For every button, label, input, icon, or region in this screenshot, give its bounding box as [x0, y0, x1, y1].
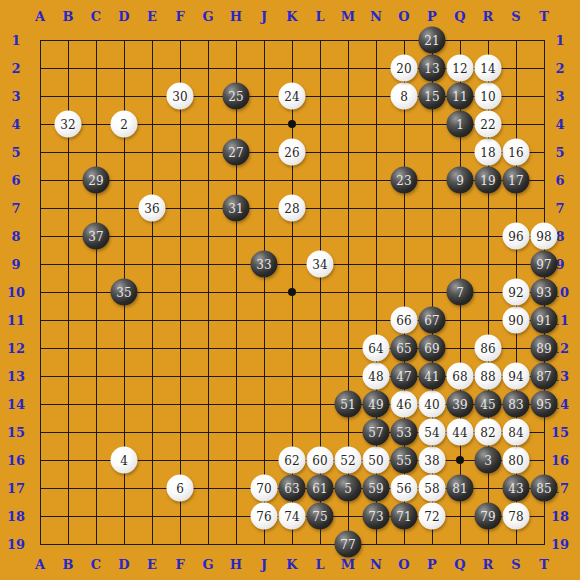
stone-black-85-T17[interactable]: 85: [531, 475, 558, 502]
stone-black-47-O13[interactable]: 47: [391, 363, 418, 390]
row-label-left-5: 5: [11, 146, 20, 159]
stone-white-36-E7[interactable]: 36: [139, 195, 166, 222]
stone-white-62-K16[interactable]: 62: [279, 447, 306, 474]
stone-white-28-K7[interactable]: 28: [279, 195, 306, 222]
stone-white-20-O2[interactable]: 20: [391, 55, 418, 82]
stone-white-66-O11[interactable]: 66: [391, 307, 418, 334]
col-label-bottom-P: P: [427, 558, 437, 571]
col-label-bottom-D: D: [118, 558, 129, 571]
stone-black-37-C8[interactable]: 37: [83, 223, 110, 250]
col-label-top-N: N: [370, 10, 382, 23]
col-label-bottom-J: J: [261, 558, 267, 571]
stone-black-9-Q6[interactable]: 9: [447, 167, 474, 194]
row-label-left-4: 4: [11, 118, 20, 131]
stone-black-81-Q17[interactable]: 81: [447, 475, 474, 502]
stone-white-78-S18[interactable]: 78: [503, 503, 530, 530]
col-label-bottom-C: C: [91, 558, 101, 571]
stone-black-33-J9[interactable]: 33: [251, 251, 278, 278]
stone-white-96-S8[interactable]: 96: [503, 223, 530, 250]
stone-white-32-B4[interactable]: 32: [55, 111, 82, 138]
grid-line-horizontal: [40, 544, 545, 545]
stone-black-69-P12[interactable]: 69: [419, 335, 446, 362]
stone-white-84-S15[interactable]: 84: [503, 419, 530, 446]
stone-black-65-O12[interactable]: 65: [391, 335, 418, 362]
col-label-top-C: C: [91, 10, 101, 23]
stone-white-12-Q2[interactable]: 12: [447, 55, 474, 82]
stone-white-18-R5[interactable]: 18: [475, 139, 502, 166]
row-label-left-2: 2: [11, 62, 20, 75]
col-label-top-E: E: [147, 10, 157, 23]
stone-white-30-F3[interactable]: 30: [167, 83, 194, 110]
stone-black-53-O15[interactable]: 53: [391, 419, 418, 446]
row-label-left-18: 18: [7, 510, 25, 523]
row-label-left-7: 7: [11, 202, 20, 215]
stone-black-61-L17[interactable]: 61: [307, 475, 334, 502]
row-label-left-12: 12: [7, 342, 25, 355]
stone-black-57-N15[interactable]: 57: [363, 419, 390, 446]
stone-black-97-T9[interactable]: 97: [531, 251, 558, 278]
stone-black-1-Q4[interactable]: 1: [447, 111, 474, 138]
stone-black-79-R18[interactable]: 79: [475, 503, 502, 530]
stone-white-64-N12[interactable]: 64: [363, 335, 390, 362]
stone-black-67-P11[interactable]: 67: [419, 307, 446, 334]
row-label-left-13: 13: [7, 370, 25, 383]
stone-white-86-R12[interactable]: 86: [475, 335, 502, 362]
col-label-bottom-L: L: [315, 558, 324, 571]
col-label-top-A: A: [35, 10, 45, 23]
row-label-left-14: 14: [7, 398, 25, 411]
col-label-top-R: R: [483, 10, 494, 23]
stone-white-10-R3[interactable]: 10: [475, 83, 502, 110]
row-label-left-10: 10: [7, 286, 25, 299]
grid-line-horizontal: [40, 348, 545, 349]
row-label-right-18: 18: [551, 510, 569, 523]
col-label-top-G: G: [202, 10, 213, 23]
stone-black-19-R6[interactable]: 19: [475, 167, 502, 194]
col-label-top-D: D: [118, 10, 129, 23]
stone-white-4-D16[interactable]: 4: [111, 447, 138, 474]
stone-white-82-R15[interactable]: 82: [475, 419, 502, 446]
col-label-bottom-Q: Q: [454, 558, 465, 571]
stone-black-23-O6[interactable]: 23: [391, 167, 418, 194]
col-label-bottom-O: O: [398, 558, 409, 571]
stone-white-2-D4[interactable]: 2: [111, 111, 138, 138]
stone-black-39-Q14[interactable]: 39: [447, 391, 474, 418]
stone-white-74-K18[interactable]: 74: [279, 503, 306, 530]
stone-black-5-M17[interactable]: 5: [335, 475, 362, 502]
stone-black-3-R16[interactable]: 3: [475, 447, 502, 474]
col-label-top-J: J: [261, 10, 267, 23]
stone-white-8-O3[interactable]: 8: [391, 83, 418, 110]
row-label-left-11: 11: [7, 314, 25, 327]
stone-white-34-L9[interactable]: 34: [307, 251, 334, 278]
row-label-right-16: 16: [551, 454, 569, 467]
col-label-bottom-G: G: [202, 558, 213, 571]
stone-white-38-P16[interactable]: 38: [419, 447, 446, 474]
stone-black-21-P1[interactable]: 21: [419, 27, 446, 54]
stone-black-93-T10[interactable]: 93: [531, 279, 558, 306]
stone-white-68-Q13[interactable]: 68: [447, 363, 474, 390]
col-label-bottom-H: H: [230, 558, 242, 571]
col-label-top-O: O: [398, 10, 409, 23]
stone-black-89-T12[interactable]: 89: [531, 335, 558, 362]
row-label-right-2: 2: [555, 62, 564, 75]
stone-black-83-S14[interactable]: 83: [503, 391, 530, 418]
stone-white-46-O14[interactable]: 46: [391, 391, 418, 418]
row-label-left-6: 6: [11, 174, 20, 187]
row-label-left-15: 15: [7, 426, 25, 439]
col-label-bottom-T: T: [539, 558, 549, 571]
col-label-top-S: S: [511, 10, 520, 23]
stone-black-29-C6[interactable]: 29: [83, 167, 110, 194]
stone-white-60-L16[interactable]: 60: [307, 447, 334, 474]
row-label-left-8: 8: [11, 230, 20, 243]
stone-white-6-F17[interactable]: 6: [167, 475, 194, 502]
grid-line-horizontal: [40, 320, 545, 321]
col-label-bottom-A: A: [35, 558, 45, 571]
stone-white-52-M16[interactable]: 52: [335, 447, 362, 474]
stone-white-72-P18[interactable]: 72: [419, 503, 446, 530]
stone-black-73-N18[interactable]: 73: [363, 503, 390, 530]
col-label-top-M: M: [341, 10, 355, 23]
col-label-bottom-E: E: [147, 558, 157, 571]
col-label-top-L: L: [315, 10, 324, 23]
row-label-right-19: 19: [551, 538, 569, 551]
col-label-bottom-F: F: [175, 558, 184, 571]
go-board[interactable]: AABBCCDDEEFFGGHHJJKKLLMMNNOOPPQQRRSSTT11…: [0, 0, 580, 580]
col-label-bottom-N: N: [370, 558, 382, 571]
stone-white-24-K3[interactable]: 24: [279, 83, 306, 110]
stone-white-56-O17[interactable]: 56: [391, 475, 418, 502]
stone-black-55-O16[interactable]: 55: [391, 447, 418, 474]
stone-white-98-T8[interactable]: 98: [531, 223, 558, 250]
stone-white-80-S16[interactable]: 80: [503, 447, 530, 474]
col-label-top-T: T: [539, 10, 549, 23]
col-label-bottom-S: S: [511, 558, 520, 571]
stone-black-77-M19[interactable]: 77: [335, 531, 362, 558]
stone-black-49-N14[interactable]: 49: [363, 391, 390, 418]
stone-black-35-D10[interactable]: 35: [111, 279, 138, 306]
stone-white-76-J18[interactable]: 76: [251, 503, 278, 530]
row-label-right-5: 5: [555, 146, 564, 159]
stone-white-92-S10[interactable]: 92: [503, 279, 530, 306]
stone-black-43-S17[interactable]: 43: [503, 475, 530, 502]
stone-black-63-K17[interactable]: 63: [279, 475, 306, 502]
col-label-top-H: H: [230, 10, 242, 23]
stone-black-45-R14[interactable]: 45: [475, 391, 502, 418]
stone-white-44-Q15[interactable]: 44: [447, 419, 474, 446]
stone-black-75-L18[interactable]: 75: [307, 503, 334, 530]
stone-black-11-Q3[interactable]: 11: [447, 83, 474, 110]
stone-black-25-H3[interactable]: 25: [223, 83, 250, 110]
col-label-top-F: F: [175, 10, 184, 23]
stone-white-94-S13[interactable]: 94: [503, 363, 530, 390]
col-label-bottom-M: M: [341, 558, 355, 571]
stone-white-90-S11[interactable]: 90: [503, 307, 530, 334]
row-label-left-17: 17: [7, 482, 25, 495]
row-label-right-6: 6: [555, 174, 564, 187]
stone-white-54-P15[interactable]: 54: [419, 419, 446, 446]
col-label-bottom-R: R: [483, 558, 494, 571]
stone-white-48-N13[interactable]: 48: [363, 363, 390, 390]
col-label-bottom-K: K: [286, 558, 297, 571]
star-point-K4: [288, 120, 296, 128]
stone-white-50-N16[interactable]: 50: [363, 447, 390, 474]
stone-white-22-R4[interactable]: 22: [475, 111, 502, 138]
stone-white-40-P14[interactable]: 40: [419, 391, 446, 418]
stone-white-58-P17[interactable]: 58: [419, 475, 446, 502]
stone-black-17-S6[interactable]: 17: [503, 167, 530, 194]
stone-white-16-S5[interactable]: 16: [503, 139, 530, 166]
stone-black-41-P13[interactable]: 41: [419, 363, 446, 390]
stone-black-71-O18[interactable]: 71: [391, 503, 418, 530]
col-label-bottom-B: B: [63, 558, 74, 571]
stone-black-31-H7[interactable]: 31: [223, 195, 250, 222]
row-label-right-3: 3: [555, 90, 564, 103]
row-label-left-3: 3: [11, 90, 20, 103]
star-point-Q16: [456, 456, 464, 464]
row-label-left-19: 19: [7, 538, 25, 551]
stone-white-70-J17[interactable]: 70: [251, 475, 278, 502]
stone-black-91-T11[interactable]: 91: [531, 307, 558, 334]
row-label-right-4: 4: [555, 118, 564, 131]
stone-black-7-Q10[interactable]: 7: [447, 279, 474, 306]
col-label-top-K: K: [286, 10, 297, 23]
row-label-right-15: 15: [551, 426, 569, 439]
row-label-left-9: 9: [11, 258, 20, 271]
stone-white-26-K5[interactable]: 26: [279, 139, 306, 166]
row-label-left-1: 1: [11, 34, 20, 47]
stone-black-13-P2[interactable]: 13: [419, 55, 446, 82]
stone-white-14-R2[interactable]: 14: [475, 55, 502, 82]
stone-black-87-T13[interactable]: 87: [531, 363, 558, 390]
stone-black-27-H5[interactable]: 27: [223, 139, 250, 166]
stone-black-95-T14[interactable]: 95: [531, 391, 558, 418]
row-label-right-1: 1: [555, 34, 564, 47]
row-label-left-16: 16: [7, 454, 25, 467]
col-label-top-B: B: [63, 10, 74, 23]
col-label-top-P: P: [427, 10, 437, 23]
col-label-top-Q: Q: [454, 10, 465, 23]
stone-white-88-R13[interactable]: 88: [475, 363, 502, 390]
stone-black-59-N17[interactable]: 59: [363, 475, 390, 502]
star-point-K10: [288, 288, 296, 296]
row-label-right-7: 7: [555, 202, 564, 215]
stone-black-15-P3[interactable]: 15: [419, 83, 446, 110]
stone-black-51-M14[interactable]: 51: [335, 391, 362, 418]
